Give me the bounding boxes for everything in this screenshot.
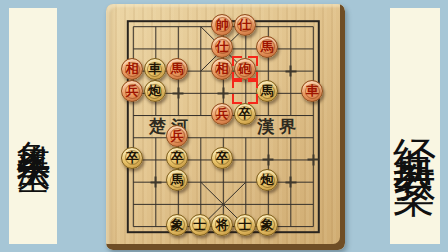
piece-black-horse[interactable]: 馬 — [256, 80, 278, 102]
position-marker — [263, 154, 274, 165]
piece-red-elephant[interactable]: 相 — [121, 58, 143, 80]
piece-black-cannon[interactable]: 炮 — [256, 169, 278, 191]
position-marker — [150, 177, 161, 188]
piece-red-chariot[interactable]: 車 — [301, 80, 323, 102]
right-banner: 经典教案 — [390, 8, 440, 244]
piece-red-soldier[interactable]: 兵 — [166, 125, 188, 147]
piece-black-general[interactable]: 将 — [211, 214, 233, 236]
piece-red-horse[interactable]: 馬 — [256, 36, 278, 58]
piece-red-soldier[interactable]: 兵 — [121, 80, 143, 102]
piece-black-chariot[interactable]: 車 — [144, 58, 166, 80]
piece-red-elephant[interactable]: 相 — [211, 58, 233, 80]
piece-black-advisor[interactable]: 士 — [234, 214, 256, 236]
piece-black-elephant[interactable]: 象 — [166, 214, 188, 236]
position-marker — [218, 88, 229, 99]
piece-black-soldier[interactable]: 卒 — [234, 103, 256, 125]
left-banner-text: 象棋杀法大全 — [16, 114, 50, 138]
position-marker — [308, 154, 319, 165]
piece-black-elephant[interactable]: 象 — [256, 214, 278, 236]
piece-black-soldier[interactable]: 卒 — [211, 147, 233, 169]
position-marker — [285, 66, 296, 77]
piece-black-soldier[interactable]: 卒 — [121, 147, 143, 169]
piece-black-advisor[interactable]: 士 — [189, 214, 211, 236]
right-banner-text: 经典教案 — [394, 104, 437, 148]
piece-red-cannon[interactable]: 砲 — [234, 58, 256, 80]
piece-red-advisor[interactable]: 仕 — [211, 36, 233, 58]
piece-black-horse[interactable]: 馬 — [166, 169, 188, 191]
piece-red-advisor[interactable]: 仕 — [234, 14, 256, 36]
position-marker — [173, 88, 184, 99]
piece-red-general[interactable]: 帥 — [211, 14, 233, 36]
app-window: 象棋杀法大全 楚河 漢界 帥仕仕馬相車馬相砲兵炮馬車兵卒兵卒卒卒馬炮象士将士象 … — [0, 0, 448, 252]
piece-red-horse[interactable]: 馬 — [166, 58, 188, 80]
piece-red-soldier[interactable]: 兵 — [211, 103, 233, 125]
left-banner: 象棋杀法大全 — [9, 8, 57, 244]
river-label-han-jie: 漢界 — [254, 116, 304, 137]
piece-black-soldier[interactable]: 卒 — [166, 147, 188, 169]
xiangqi-board[interactable]: 楚河 漢界 帥仕仕馬相車馬相砲兵炮馬車兵卒兵卒卒卒馬炮象士将士象 — [106, 4, 345, 250]
piece-black-cannon[interactable]: 炮 — [144, 80, 166, 102]
position-marker — [285, 177, 296, 188]
